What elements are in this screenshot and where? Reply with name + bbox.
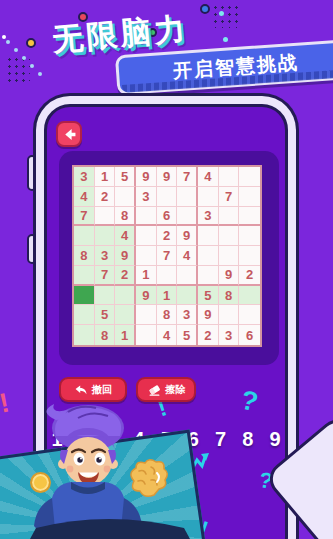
sudoku-cell-r6c4[interactable]: 1 [136,266,157,286]
sudoku-cell-r3c6[interactable] [177,207,198,227]
sudoku-cell-r2c5[interactable] [157,187,178,207]
erase-button[interactable]: 擦除 [136,377,196,402]
sudoku-cell-r2c9[interactable] [239,187,260,207]
sudoku-cell-r9c8[interactable]: 3 [219,325,240,345]
sudoku-cell-r8c3[interactable] [115,305,136,325]
sudoku-cell-r9c5[interactable]: 4 [157,325,178,345]
sudoku-cell-r1c9[interactable] [239,167,260,187]
sudoku-cell-r6c5[interactable] [157,266,178,286]
volume-button-top [27,155,37,191]
sudoku-cell-r9c2[interactable]: 8 [95,325,116,345]
sudoku-cell-r3c3[interactable]: 8 [115,207,136,227]
numpad-key-9[interactable]: 9 [264,428,286,452]
sudoku-cell-r7c9[interactable] [239,286,260,306]
sudoku-cell-r5c6[interactable]: 4 [177,246,198,266]
sudoku-cell-r9c3[interactable]: 1 [115,325,136,345]
sudoku-cell-r8c2[interactable]: 5 [95,305,116,325]
sudoku-cell-r1c7[interactable]: 4 [198,167,219,187]
sudoku-cell-r1c5[interactable]: 9 [157,167,178,187]
sudoku-cell-r2c4[interactable]: 3 [136,187,157,207]
sudoku-cell-r1c3[interactable]: 5 [115,167,136,187]
sudoku-cell-r7c6[interactable] [177,286,198,306]
sudoku-cell-r6c1[interactable] [74,266,95,286]
sudoku-cell-r6c2[interactable]: 7 [95,266,116,286]
sudoku-cell-r3c8[interactable] [219,207,240,227]
sudoku-cell-r7c1[interactable] [74,286,95,306]
mascot [8,400,212,539]
sudoku-cell-r4c7[interactable] [198,226,219,246]
sudoku-cell-r2c6[interactable] [177,187,198,207]
erase-button-label: 擦除 [166,383,186,397]
dot-grid-decoration [6,56,30,86]
sudoku-cell-r1c4[interactable]: 9 [136,167,157,187]
sudoku-cell-r1c8[interactable] [219,167,240,187]
sudoku-cell-r7c8[interactable]: 8 [219,286,240,306]
sudoku-cell-r3c2[interactable] [95,207,116,227]
eraser-icon [147,383,162,397]
sudoku-cell-r8c6[interactable]: 3 [177,305,198,325]
sudoku-cell-r5c8[interactable] [219,246,240,266]
sudoku-cell-r3c5[interactable]: 6 [157,207,178,227]
dot-decoration [2,35,6,39]
sudoku-cell-r5c4[interactable] [136,246,157,266]
back-button[interactable] [56,121,82,147]
coin-icon [30,472,51,493]
sudoku-cell-r5c7[interactable] [198,246,219,266]
sudoku-cell-r6c6[interactable] [177,266,198,286]
sudoku-cell-r2c7[interactable] [198,187,219,207]
numpad-key-8[interactable]: 8 [237,428,259,452]
sudoku-cell-r4c8[interactable] [219,226,240,246]
sudoku-cell-r8c8[interactable] [219,305,240,325]
dot-decoration [30,64,34,68]
sudoku-cell-r1c1[interactable]: 3 [74,167,95,187]
undo-button-label: 撤回 [92,383,112,397]
sudoku-cell-r4c4[interactable] [136,226,157,246]
sudoku-cell-r4c5[interactable]: 2 [157,226,178,246]
sudoku-cell-r8c9[interactable] [239,305,260,325]
sudoku-cell-r4c2[interactable] [95,226,116,246]
sudoku-cell-r3c4[interactable] [136,207,157,227]
sudoku-cell-r6c9[interactable]: 2 [239,266,260,286]
sudoku-cell-r5c2[interactable]: 3 [95,246,116,266]
sudoku-cell-r7c4[interactable]: 9 [136,286,157,306]
sudoku-cell-r4c1[interactable] [74,226,95,246]
dot-decoration [38,72,42,76]
back-arrow-icon [61,126,78,143]
sudoku-cell-r5c1[interactable]: 8 [74,246,95,266]
numpad-key-7[interactable]: 7 [210,428,232,452]
sudoku-cell-r7c7[interactable]: 5 [198,286,219,306]
sudoku-cell-r9c9[interactable]: 6 [239,325,260,345]
sudoku-cell-r7c2[interactable] [95,286,116,306]
sudoku-cell-r5c5[interactable]: 7 [157,246,178,266]
sudoku-cell-r8c5[interactable]: 8 [157,305,178,325]
sudoku-cell-r2c8[interactable]: 7 [219,187,240,207]
volume-button-bottom [27,234,37,264]
sudoku-cell-r9c4[interactable] [136,325,157,345]
sudoku-cell-r2c2[interactable]: 2 [95,187,116,207]
dot-decoration [26,38,36,48]
sudoku-cell-r1c2[interactable]: 1 [95,167,116,187]
sudoku-cell-r8c7[interactable]: 9 [198,305,219,325]
undo-button[interactable]: 撤回 [59,377,127,402]
sudoku-cell-r3c7[interactable]: 3 [198,207,219,227]
brain-icon [124,457,170,501]
dot-decoration [6,40,10,44]
sudoku-cell-r3c9[interactable] [239,207,260,227]
sudoku-cell-r9c1[interactable] [74,325,95,345]
sudoku-cell-r1c6[interactable]: 7 [177,167,198,187]
sudoku-cell-r6c8[interactable]: 9 [219,266,240,286]
sudoku-cell-r6c3[interactable]: 2 [115,266,136,286]
undo-arrow-icon [74,383,88,396]
sudoku-cell-r4c9[interactable] [239,226,260,246]
sudoku-cell-r3c1[interactable]: 7 [74,207,95,227]
sudoku-cell-r8c1[interactable] [74,305,95,325]
sudoku-cell-r6c7[interactable] [198,266,219,286]
dot-decoration [22,56,26,60]
sudoku-cell-r2c3[interactable] [115,187,136,207]
sudoku-cell-r9c6[interactable]: 5 [177,325,198,345]
sudoku-cell-r5c9[interactable] [239,246,260,266]
sudoku-cell-r7c5[interactable]: 1 [157,286,178,306]
sudoku-cell-r2c1[interactable]: 4 [74,187,95,207]
sudoku-cell-r5c3[interactable]: 9 [115,246,136,266]
sudoku-cell-r4c3[interactable]: 4 [115,226,136,246]
sudoku-board: 3159974423778634298397472192915858398145… [59,151,279,365]
sudoku-cell-r8c4[interactable] [136,305,157,325]
sudoku-cell-r9c7[interactable]: 2 [198,325,219,345]
sudoku-cell-r4c6[interactable]: 9 [177,226,198,246]
promo-screenshot: 无限脑力 开启智慧挑战 3159974423778634298397472192… [0,0,333,539]
dot-decoration [14,48,18,52]
sudoku-cell-r7c3[interactable] [115,286,136,306]
sudoku-grid: 3159974423778634298397472192915858398145… [72,165,262,347]
